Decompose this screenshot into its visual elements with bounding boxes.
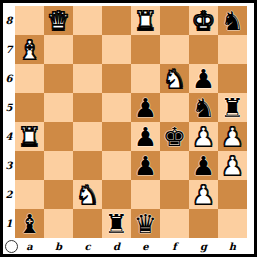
rank-label-5: 5 <box>3 93 15 122</box>
square-c7[interactable] <box>73 35 102 64</box>
square-g4[interactable]: ♟ <box>189 122 218 151</box>
black-queen[interactable]: ♛ <box>131 209 160 238</box>
black-rook[interactable]: ♜ <box>102 209 131 238</box>
rank-label-2: 2 <box>3 180 15 209</box>
chess-diagram: ♛♜♚♞♝♞♟♟♞♜♜♟♚♟♟♟♟♟♞♟♝♜♛ 87654321abcdefgh <box>0 0 257 257</box>
square-b5[interactable] <box>44 93 73 122</box>
black-knight[interactable]: ♞ <box>218 6 247 35</box>
square-f6[interactable]: ♞ <box>160 64 189 93</box>
square-g8[interactable]: ♚ <box>189 6 218 35</box>
square-c5[interactable] <box>73 93 102 122</box>
square-b3[interactable] <box>44 151 73 180</box>
square-d8[interactable] <box>102 6 131 35</box>
square-b4[interactable] <box>44 122 73 151</box>
square-e8[interactable]: ♜ <box>131 6 160 35</box>
white-rook[interactable]: ♜ <box>131 6 160 35</box>
chess-board: ♛♜♚♞♝♞♟♟♞♜♜♟♚♟♟♟♟♟♞♟♝♜♛ <box>15 6 247 238</box>
square-h2[interactable] <box>218 180 247 209</box>
square-h4[interactable]: ♟ <box>218 122 247 151</box>
black-pawn[interactable]: ♟ <box>131 93 160 122</box>
rank-label-7: 7 <box>3 35 15 64</box>
black-pawn[interactable]: ♟ <box>189 151 218 180</box>
rank-label-8: 8 <box>3 6 15 35</box>
square-f2[interactable] <box>160 180 189 209</box>
square-b7[interactable] <box>44 35 73 64</box>
side-to-move-indicator <box>5 240 18 253</box>
black-bishop[interactable]: ♝ <box>15 209 44 238</box>
file-label-g: g <box>189 239 218 253</box>
square-c6[interactable] <box>73 64 102 93</box>
square-a4[interactable]: ♜ <box>15 122 44 151</box>
rank-label-6: 6 <box>3 64 15 93</box>
square-b8[interactable]: ♛ <box>44 6 73 35</box>
square-e2[interactable] <box>131 180 160 209</box>
square-f4[interactable]: ♚ <box>160 122 189 151</box>
square-e1[interactable]: ♛ <box>131 209 160 238</box>
square-g1[interactable] <box>189 209 218 238</box>
square-h8[interactable]: ♞ <box>218 6 247 35</box>
square-a1[interactable]: ♝ <box>15 209 44 238</box>
white-pawn[interactable]: ♟ <box>218 122 247 151</box>
black-pawn[interactable]: ♟ <box>189 64 218 93</box>
white-king[interactable]: ♚ <box>189 6 218 35</box>
square-f8[interactable] <box>160 6 189 35</box>
square-f1[interactable] <box>160 209 189 238</box>
square-c8[interactable] <box>73 6 102 35</box>
square-d7[interactable] <box>102 35 131 64</box>
rank-label-3: 3 <box>3 151 15 180</box>
file-label-d: d <box>102 239 131 253</box>
square-g2[interactable]: ♟ <box>189 180 218 209</box>
white-pawn[interactable]: ♟ <box>218 151 247 180</box>
square-b2[interactable] <box>44 180 73 209</box>
black-pawn[interactable]: ♟ <box>131 151 160 180</box>
square-e7[interactable] <box>131 35 160 64</box>
file-label-b: b <box>44 239 73 253</box>
square-d1[interactable]: ♜ <box>102 209 131 238</box>
black-king[interactable]: ♚ <box>160 122 189 151</box>
square-a8[interactable] <box>15 6 44 35</box>
square-d5[interactable] <box>102 93 131 122</box>
square-f3[interactable] <box>160 151 189 180</box>
square-g7[interactable] <box>189 35 218 64</box>
square-g6[interactable]: ♟ <box>189 64 218 93</box>
square-a7[interactable]: ♝ <box>15 35 44 64</box>
file-label-a: a <box>15 239 44 253</box>
square-g3[interactable]: ♟ <box>189 151 218 180</box>
square-c4[interactable] <box>73 122 102 151</box>
square-a2[interactable] <box>15 180 44 209</box>
rank-label-4: 4 <box>3 122 15 151</box>
square-f5[interactable] <box>160 93 189 122</box>
square-h3[interactable]: ♟ <box>218 151 247 180</box>
square-e6[interactable] <box>131 64 160 93</box>
file-label-f: f <box>160 239 189 253</box>
square-h6[interactable] <box>218 64 247 93</box>
square-c3[interactable] <box>73 151 102 180</box>
square-a6[interactable] <box>15 64 44 93</box>
square-e3[interactable]: ♟ <box>131 151 160 180</box>
square-d3[interactable] <box>102 151 131 180</box>
square-f7[interactable] <box>160 35 189 64</box>
file-label-c: c <box>73 239 102 253</box>
white-queen[interactable]: ♛ <box>44 6 73 35</box>
white-bishop[interactable]: ♝ <box>15 35 44 64</box>
square-d6[interactable] <box>102 64 131 93</box>
square-d2[interactable] <box>102 180 131 209</box>
square-h1[interactable] <box>218 209 247 238</box>
square-a3[interactable] <box>15 151 44 180</box>
square-c2[interactable]: ♞ <box>73 180 102 209</box>
square-h5[interactable]: ♜ <box>218 93 247 122</box>
white-knight[interactable]: ♞ <box>160 64 189 93</box>
square-d4[interactable] <box>102 122 131 151</box>
square-g5[interactable]: ♞ <box>189 93 218 122</box>
square-e5[interactable]: ♟ <box>131 93 160 122</box>
square-b1[interactable] <box>44 209 73 238</box>
white-rook[interactable]: ♜ <box>15 122 44 151</box>
rank-label-1: 1 <box>3 209 15 238</box>
square-c1[interactable] <box>73 209 102 238</box>
white-pawn[interactable]: ♟ <box>189 122 218 151</box>
black-pawn[interactable]: ♟ <box>131 122 160 151</box>
white-knight[interactable]: ♞ <box>73 180 102 209</box>
file-label-e: e <box>131 239 160 253</box>
black-knight[interactable]: ♞ <box>189 93 218 122</box>
square-e4[interactable]: ♟ <box>131 122 160 151</box>
square-a5[interactable] <box>15 93 44 122</box>
white-pawn[interactable]: ♟ <box>189 180 218 209</box>
square-h7[interactable] <box>218 35 247 64</box>
square-b6[interactable] <box>44 64 73 93</box>
black-rook[interactable]: ♜ <box>218 93 247 122</box>
file-label-h: h <box>218 239 247 253</box>
